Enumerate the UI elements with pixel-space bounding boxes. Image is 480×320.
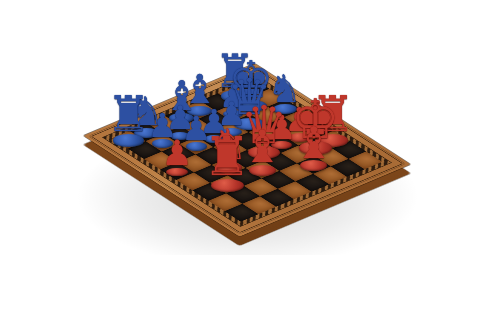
- red-pawn-glyph: ♟: [161, 136, 192, 171]
- blue-rook-glyph: ♜: [106, 90, 150, 140]
- chess-set-photo: ♜♞♝♝♜♟♟♟♚♟♟♟♛♞♟♞♛♟♟♟♜♝♚♜♝: [0, 0, 480, 320]
- red-rook-glyph: ♜: [203, 131, 251, 184]
- red-bishop-glyph: ♝: [294, 121, 334, 165]
